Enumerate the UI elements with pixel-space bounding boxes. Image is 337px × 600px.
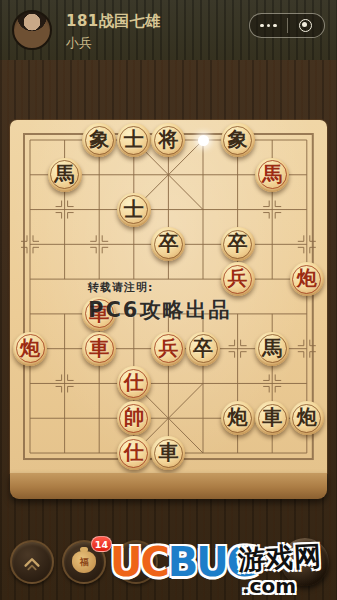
board-wooden-edge — [10, 473, 327, 499]
avatar[interactable] — [12, 10, 52, 50]
wechat-capsule — [249, 13, 325, 38]
piece-black[interactable]: 象 — [82, 123, 116, 157]
piece-red[interactable]: 炮 — [13, 332, 47, 366]
piece-red[interactable]: 仕 — [117, 436, 151, 470]
more-button[interactable] — [250, 14, 287, 37]
piece-red[interactable]: 馬 — [255, 158, 289, 192]
money-bag-icon: 福 — [72, 551, 96, 573]
piece-black[interactable]: 炮 — [221, 401, 255, 435]
piece-black[interactable]: 象 — [221, 123, 255, 157]
piece-red[interactable]: 車 — [82, 332, 116, 366]
piece-red[interactable]: 仕 — [117, 366, 151, 400]
last-move-marker — [198, 135, 209, 146]
expand-button[interactable] — [10, 540, 54, 584]
notification-badge: 14 — [91, 536, 112, 552]
header-bar: 181战国七雄 小兵 — [0, 0, 337, 60]
brand-bug: BUG — [168, 539, 258, 585]
watermark-note: 转载请注明: — [88, 280, 231, 295]
piece-black[interactable]: 士 — [117, 193, 151, 227]
close-icon — [299, 19, 312, 32]
menu-ball-button[interactable] — [281, 538, 329, 586]
piece-black[interactable]: 馬 — [48, 158, 82, 192]
piece-red[interactable]: 兵 — [151, 332, 185, 366]
chevron-up-icon — [21, 551, 43, 573]
piece-black[interactable]: 卒 — [221, 227, 255, 261]
shop-button[interactable] — [114, 540, 158, 584]
money-bag-button[interactable]: 福 14 — [62, 540, 106, 584]
page-title: 181战国七雄 — [66, 12, 161, 31]
player-rank-label: 小兵 — [66, 34, 92, 52]
piece-red[interactable]: 帥 — [117, 401, 151, 435]
xiangqi-app: 181战国七雄 小兵 象士将象馬馬士卒卒兵炮車炮車兵卒馬仕帥炮車炮仕車 转载请注… — [0, 0, 337, 600]
piece-black[interactable]: 卒 — [186, 332, 220, 366]
piece-red[interactable]: 炮 — [290, 262, 324, 296]
watermark-source: PC6攻略出品 — [88, 296, 231, 324]
close-button[interactable] — [288, 14, 325, 37]
site-watermark: 转载请注明: PC6攻略出品 — [88, 280, 231, 324]
piece-black[interactable]: 士 — [117, 123, 151, 157]
piece-black[interactable]: 馬 — [255, 332, 289, 366]
piece-black[interactable]: 炮 — [290, 401, 324, 435]
